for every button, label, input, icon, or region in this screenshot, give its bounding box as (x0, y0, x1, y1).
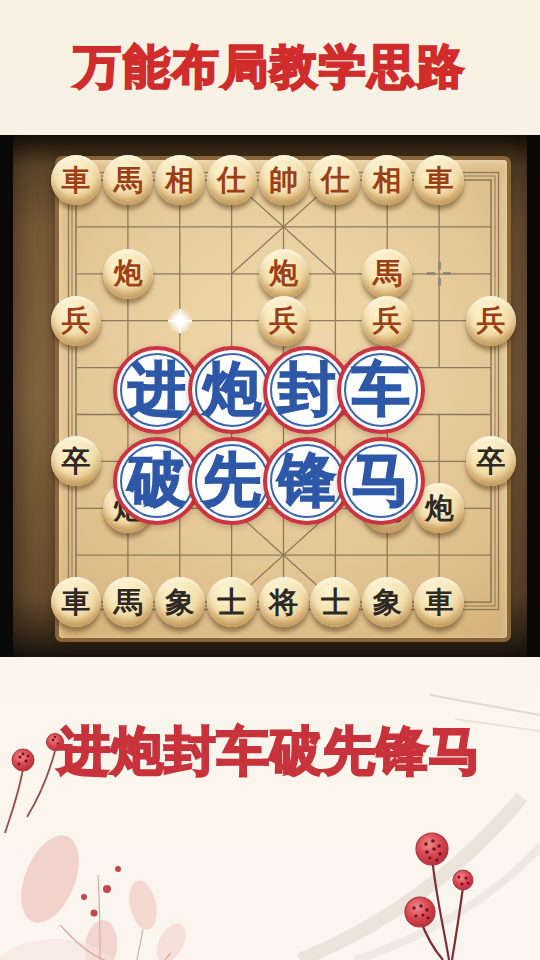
video-frame: 車馬相仕帥仕相車炮炮馬兵兵兵兵卒卒炮馬炮車馬象士将士象車 进炮封车破先锋马 (0, 135, 540, 657)
piece-red-elephant[interactable]: 相 (362, 155, 412, 205)
piece-glyph: 兵 (373, 306, 402, 335)
piece-glyph: 仕 (321, 166, 350, 195)
piece-red-advisor[interactable]: 仕 (310, 155, 360, 205)
piece-glyph: 相 (165, 166, 194, 195)
piece-glyph: 士 (217, 588, 246, 617)
bottom-caption: 进炮封车破先锋马 (0, 717, 540, 787)
piece-glyph: 兵 (269, 306, 298, 335)
piece-red-cannon[interactable]: 炮 (259, 249, 309, 299)
piece-glyph: 帥 (269, 166, 298, 195)
piece-glyph: 炮 (425, 494, 454, 523)
overlay-character: 车 (352, 351, 410, 429)
piece-red-horse[interactable]: 馬 (103, 155, 153, 205)
piece-glyph: 炮 (113, 259, 142, 288)
overlay-character: 封 (278, 351, 336, 429)
piece-red-advisor[interactable]: 仕 (207, 155, 257, 205)
overlay-circle-row2-4: 马 (337, 437, 425, 525)
overlay-character: 锋 (278, 442, 336, 520)
piece-glyph: 相 (373, 166, 402, 195)
piece-black-advisor[interactable]: 士 (207, 577, 257, 627)
piece-black-soldier[interactable]: 卒 (51, 436, 101, 486)
piece-glyph: 仕 (217, 166, 246, 195)
piece-glyph: 象 (373, 588, 402, 617)
piece-glyph: 車 (62, 588, 91, 617)
piece-glyph: 将 (269, 588, 298, 617)
overlay-circle-row1-4: 车 (337, 346, 425, 434)
piece-glyph: 炮 (269, 259, 298, 288)
red-buds (81, 866, 121, 917)
overlay-character: 进 (128, 351, 186, 429)
piece-black-elephant[interactable]: 象 (362, 577, 412, 627)
piece-black-soldier[interactable]: 卒 (466, 436, 516, 486)
piece-glyph: 車 (62, 166, 91, 195)
title-band: 万能布局教学思路 (0, 0, 540, 135)
piece-glyph: 士 (321, 588, 350, 617)
floral-decoration (0, 657, 540, 960)
overlay-character: 炮 (203, 351, 261, 429)
overlay-character: 破 (128, 442, 186, 520)
piece-glyph: 車 (425, 588, 454, 617)
piece-glyph: 馬 (113, 166, 142, 195)
last-move-origin-marker (427, 262, 451, 286)
piece-glyph: 兵 (62, 306, 91, 335)
piece-red-chariot[interactable]: 車 (51, 155, 101, 205)
piece-black-general[interactable]: 将 (259, 577, 309, 627)
piece-glyph: 馬 (373, 259, 402, 288)
piece-red-elephant[interactable]: 相 (155, 155, 205, 205)
piece-black-horse[interactable]: 馬 (103, 577, 153, 627)
page: 万能布局教学思路 (0, 0, 540, 960)
piece-red-general[interactable]: 帥 (259, 155, 309, 205)
overlay-character: 先 (203, 442, 261, 520)
piece-black-elephant[interactable]: 象 (155, 577, 205, 627)
piece-black-chariot[interactable]: 車 (414, 577, 464, 627)
piece-red-chariot[interactable]: 車 (414, 155, 464, 205)
piece-black-advisor[interactable]: 士 (310, 577, 360, 627)
piece-red-horse[interactable]: 馬 (362, 249, 412, 299)
video-title: 万能布局教学思路 (74, 36, 466, 99)
overlay-character: 马 (352, 442, 410, 520)
piece-glyph: 車 (425, 166, 454, 195)
piece-red-cannon[interactable]: 炮 (103, 249, 153, 299)
highlight-sparkle (167, 308, 193, 334)
piece-black-chariot[interactable]: 車 (51, 577, 101, 627)
piece-glyph: 象 (165, 588, 194, 617)
piece-red-soldier[interactable]: 兵 (51, 296, 101, 346)
bottom-band: 进炮封车破先锋马 (0, 657, 540, 960)
piece-red-soldier[interactable]: 兵 (362, 296, 412, 346)
piece-glyph: 兵 (477, 306, 506, 335)
piece-red-soldier[interactable]: 兵 (259, 296, 309, 346)
pink-leaves (0, 827, 191, 960)
piece-glyph: 卒 (62, 447, 91, 476)
piece-red-soldier[interactable]: 兵 (466, 296, 516, 346)
piece-glyph: 馬 (113, 588, 142, 617)
piece-glyph: 卒 (477, 447, 506, 476)
